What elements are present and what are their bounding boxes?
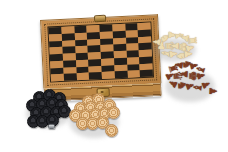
light-square (102, 72, 115, 79)
dark-square (63, 73, 76, 80)
wood-checkers-pile (67, 92, 119, 136)
black-checkers-pile (24, 88, 70, 126)
metal-screw (48, 124, 55, 129)
product-photo: ♟♞♟♝♟♜♟♛♟♚♟♝♟♞♟♜♟♞♟♝♟♛♟♚♟♟♞♟♝♟♟ (0, 0, 228, 152)
natural-wood-checker-piece (105, 124, 118, 137)
board-top-face (40, 14, 161, 89)
light-square (51, 74, 64, 81)
board-grid (48, 23, 153, 82)
dark-square (114, 71, 127, 78)
natural-wood-checker-piece (107, 106, 120, 119)
brown-chess-pieces-pile: ♜♟♞♟♝♟♛♟♚♟♟♞♟♝♟♟ (163, 58, 215, 100)
brown-chess-piece: ♟ (207, 86, 217, 95)
brass-hinge (94, 15, 106, 23)
light-square (76, 73, 89, 80)
light-square (127, 70, 140, 77)
dark-square (89, 72, 102, 79)
dark-square (140, 70, 153, 77)
white-chess-pieces-pile: ♟♞♟♝♟♜♟♛♟♚♟♝♟♞♟ (150, 28, 196, 60)
board-decorative-frame (47, 22, 154, 83)
